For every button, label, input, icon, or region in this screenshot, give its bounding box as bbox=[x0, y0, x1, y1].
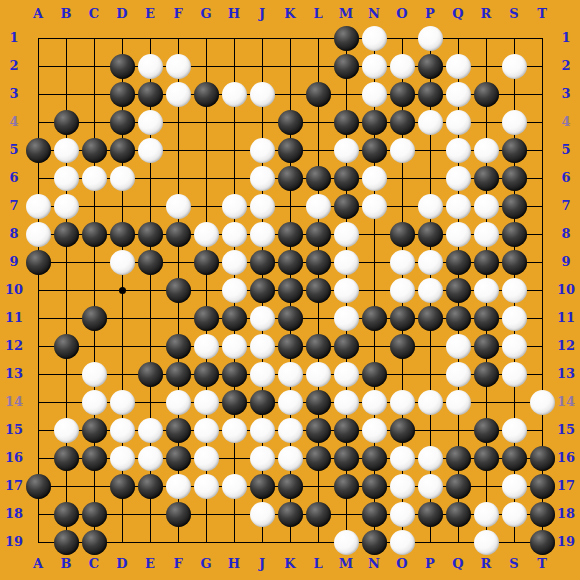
white-stone-R19[interactable] bbox=[474, 530, 499, 555]
white-stone-M14[interactable] bbox=[334, 390, 359, 415]
black-stone-J17[interactable] bbox=[250, 474, 275, 499]
black-stone-K6[interactable] bbox=[278, 166, 303, 191]
column-label-O: O bbox=[388, 6, 416, 22]
column-label-H: H bbox=[220, 6, 248, 22]
black-stone-L12[interactable] bbox=[306, 334, 331, 359]
black-stone-K4[interactable] bbox=[278, 110, 303, 135]
black-stone-L14[interactable] bbox=[306, 390, 331, 415]
black-stone-P18[interactable] bbox=[418, 502, 443, 527]
black-stone-Q10[interactable] bbox=[446, 278, 471, 303]
white-stone-F3[interactable] bbox=[166, 82, 191, 107]
black-stone-J10[interactable] bbox=[250, 278, 275, 303]
black-stone-M2[interactable] bbox=[334, 54, 359, 79]
white-stone-N7[interactable] bbox=[362, 194, 387, 219]
black-stone-B19[interactable] bbox=[54, 530, 79, 555]
white-stone-E5[interactable] bbox=[138, 138, 163, 163]
white-stone-J13[interactable] bbox=[250, 362, 275, 387]
black-stone-G11[interactable] bbox=[194, 306, 219, 331]
black-stone-O11[interactable] bbox=[390, 306, 415, 331]
white-stone-Q2[interactable] bbox=[446, 54, 471, 79]
white-stone-N1[interactable] bbox=[362, 26, 387, 51]
row-label-5: 5 bbox=[552, 142, 580, 158]
black-stone-K11[interactable] bbox=[278, 306, 303, 331]
black-stone-E3[interactable] bbox=[138, 82, 163, 107]
white-stone-H9[interactable] bbox=[222, 250, 247, 275]
white-stone-P9[interactable] bbox=[418, 250, 443, 275]
white-stone-S4[interactable] bbox=[502, 110, 527, 135]
white-stone-H7[interactable] bbox=[222, 194, 247, 219]
white-stone-P4[interactable] bbox=[418, 110, 443, 135]
black-stone-A9[interactable] bbox=[26, 250, 51, 275]
white-stone-N14[interactable] bbox=[362, 390, 387, 415]
black-stone-S8[interactable] bbox=[502, 222, 527, 247]
row-label-19: 19 bbox=[552, 534, 580, 550]
white-stone-H8[interactable] bbox=[222, 222, 247, 247]
black-stone-L6[interactable] bbox=[306, 166, 331, 191]
white-stone-Q3[interactable] bbox=[446, 82, 471, 107]
black-stone-Q16[interactable] bbox=[446, 446, 471, 471]
black-stone-C11[interactable] bbox=[82, 306, 107, 331]
black-stone-A5[interactable] bbox=[26, 138, 51, 163]
black-stone-N4[interactable] bbox=[362, 110, 387, 135]
white-stone-S2[interactable] bbox=[502, 54, 527, 79]
column-label-D: D bbox=[108, 6, 136, 22]
row-label-14: 14 bbox=[552, 394, 580, 410]
column-label-H: H bbox=[220, 556, 248, 572]
black-stone-K18[interactable] bbox=[278, 502, 303, 527]
white-stone-J16[interactable] bbox=[250, 446, 275, 471]
white-stone-F2[interactable] bbox=[166, 54, 191, 79]
column-label-N: N bbox=[360, 556, 388, 572]
row-label-6: 6 bbox=[552, 170, 580, 186]
black-stone-M17[interactable] bbox=[334, 474, 359, 499]
white-stone-S12[interactable] bbox=[502, 334, 527, 359]
white-stone-J8[interactable] bbox=[250, 222, 275, 247]
black-stone-Q18[interactable] bbox=[446, 502, 471, 527]
black-stone-L18[interactable] bbox=[306, 502, 331, 527]
black-stone-Q17[interactable] bbox=[446, 474, 471, 499]
black-stone-P2[interactable] bbox=[418, 54, 443, 79]
black-stone-C5[interactable] bbox=[82, 138, 107, 163]
column-label-L: L bbox=[304, 6, 332, 22]
black-stone-C16[interactable] bbox=[82, 446, 107, 471]
white-stone-Q13[interactable] bbox=[446, 362, 471, 387]
black-stone-P3[interactable] bbox=[418, 82, 443, 107]
white-stone-G15[interactable] bbox=[194, 418, 219, 443]
black-stone-N19[interactable] bbox=[362, 530, 387, 555]
black-stone-F18[interactable] bbox=[166, 502, 191, 527]
black-stone-S16[interactable] bbox=[502, 446, 527, 471]
black-stone-R6[interactable] bbox=[474, 166, 499, 191]
row-label-11: 11 bbox=[552, 310, 580, 326]
black-stone-L3[interactable] bbox=[306, 82, 331, 107]
black-stone-B16[interactable] bbox=[54, 446, 79, 471]
white-stone-H10[interactable] bbox=[222, 278, 247, 303]
white-stone-F7[interactable] bbox=[166, 194, 191, 219]
column-label-B: B bbox=[52, 6, 80, 22]
column-label-Q: Q bbox=[444, 556, 472, 572]
black-stone-S6[interactable] bbox=[502, 166, 527, 191]
column-label-P: P bbox=[416, 6, 444, 22]
black-stone-N13[interactable] bbox=[362, 362, 387, 387]
white-stone-M19[interactable] bbox=[334, 530, 359, 555]
black-stone-K10[interactable] bbox=[278, 278, 303, 303]
row-label-18: 18 bbox=[552, 506, 580, 522]
column-label-S: S bbox=[500, 6, 528, 22]
white-stone-S13[interactable] bbox=[502, 362, 527, 387]
column-label-J: J bbox=[248, 6, 276, 22]
white-stone-O17[interactable] bbox=[390, 474, 415, 499]
black-stone-G3[interactable] bbox=[194, 82, 219, 107]
black-stone-E8[interactable] bbox=[138, 222, 163, 247]
white-stone-J5[interactable] bbox=[250, 138, 275, 163]
black-stone-R9[interactable] bbox=[474, 250, 499, 275]
column-label-G: G bbox=[192, 6, 220, 22]
white-stone-L13[interactable] bbox=[306, 362, 331, 387]
black-stone-L15[interactable] bbox=[306, 418, 331, 443]
white-stone-C13[interactable] bbox=[82, 362, 107, 387]
black-stone-H11[interactable] bbox=[222, 306, 247, 331]
white-stone-N6[interactable] bbox=[362, 166, 387, 191]
column-label-C: C bbox=[80, 556, 108, 572]
black-stone-O12[interactable] bbox=[390, 334, 415, 359]
black-stone-F8[interactable] bbox=[166, 222, 191, 247]
white-stone-G17[interactable] bbox=[194, 474, 219, 499]
row-label-8: 8 bbox=[552, 226, 580, 242]
black-stone-T19[interactable] bbox=[530, 530, 555, 555]
white-stone-D16[interactable] bbox=[110, 446, 135, 471]
column-label-E: E bbox=[136, 556, 164, 572]
row-label-16: 16 bbox=[552, 450, 580, 466]
white-stone-G8[interactable] bbox=[194, 222, 219, 247]
goban[interactable] bbox=[24, 24, 556, 556]
black-stone-K17[interactable] bbox=[278, 474, 303, 499]
go-board-screenshot: AABBCCDDEEFFGGHHJJKKLLMMNNOOPPQQRRSSTT11… bbox=[0, 0, 580, 580]
white-stone-R18[interactable] bbox=[474, 502, 499, 527]
white-stone-O16[interactable] bbox=[390, 446, 415, 471]
column-label-B: B bbox=[52, 556, 80, 572]
white-stone-J18[interactable] bbox=[250, 502, 275, 527]
column-label-A: A bbox=[24, 6, 52, 22]
black-stone-N5[interactable] bbox=[362, 138, 387, 163]
white-stone-N15[interactable] bbox=[362, 418, 387, 443]
white-stone-J7[interactable] bbox=[250, 194, 275, 219]
white-stone-M5[interactable] bbox=[334, 138, 359, 163]
black-stone-K5[interactable] bbox=[278, 138, 303, 163]
black-stone-C15[interactable] bbox=[82, 418, 107, 443]
black-stone-H13[interactable] bbox=[222, 362, 247, 387]
black-stone-D5[interactable] bbox=[110, 138, 135, 163]
white-stone-Q14[interactable] bbox=[446, 390, 471, 415]
column-label-K: K bbox=[276, 6, 304, 22]
column-label-F: F bbox=[164, 6, 192, 22]
white-stone-O14[interactable] bbox=[390, 390, 415, 415]
white-stone-P1[interactable] bbox=[418, 26, 443, 51]
black-stone-E13[interactable] bbox=[138, 362, 163, 387]
black-stone-M6[interactable] bbox=[334, 166, 359, 191]
row-label-12: 12 bbox=[552, 338, 580, 354]
column-label-K: K bbox=[276, 556, 304, 572]
white-stone-J3[interactable] bbox=[250, 82, 275, 107]
black-stone-N18[interactable] bbox=[362, 502, 387, 527]
white-stone-P14[interactable] bbox=[418, 390, 443, 415]
row-label-4: 4 bbox=[552, 114, 580, 130]
black-stone-G13[interactable] bbox=[194, 362, 219, 387]
black-stone-E17[interactable] bbox=[138, 474, 163, 499]
white-stone-D6[interactable] bbox=[110, 166, 135, 191]
black-stone-M7[interactable] bbox=[334, 194, 359, 219]
white-stone-N2[interactable] bbox=[362, 54, 387, 79]
white-stone-R5[interactable] bbox=[474, 138, 499, 163]
white-stone-E4[interactable] bbox=[138, 110, 163, 135]
white-stone-O10[interactable] bbox=[390, 278, 415, 303]
black-stone-B18[interactable] bbox=[54, 502, 79, 527]
black-stone-B4[interactable] bbox=[54, 110, 79, 135]
black-stone-M12[interactable] bbox=[334, 334, 359, 359]
white-stone-B6[interactable] bbox=[54, 166, 79, 191]
white-stone-G16[interactable] bbox=[194, 446, 219, 471]
white-stone-B5[interactable] bbox=[54, 138, 79, 163]
white-stone-R10[interactable] bbox=[474, 278, 499, 303]
white-stone-E2[interactable] bbox=[138, 54, 163, 79]
row-label-3: 3 bbox=[552, 86, 580, 102]
black-stone-R11[interactable] bbox=[474, 306, 499, 331]
white-stone-D14[interactable] bbox=[110, 390, 135, 415]
white-stone-Q7[interactable] bbox=[446, 194, 471, 219]
black-stone-C19[interactable] bbox=[82, 530, 107, 555]
white-stone-A7[interactable] bbox=[26, 194, 51, 219]
black-stone-J9[interactable] bbox=[250, 250, 275, 275]
black-stone-G9[interactable] bbox=[194, 250, 219, 275]
black-stone-E9[interactable] bbox=[138, 250, 163, 275]
black-stone-N11[interactable] bbox=[362, 306, 387, 331]
white-stone-P10[interactable] bbox=[418, 278, 443, 303]
white-stone-M13[interactable] bbox=[334, 362, 359, 387]
black-stone-Q9[interactable] bbox=[446, 250, 471, 275]
white-stone-O5[interactable] bbox=[390, 138, 415, 163]
black-stone-P11[interactable] bbox=[418, 306, 443, 331]
white-stone-S17[interactable] bbox=[502, 474, 527, 499]
white-stone-E16[interactable] bbox=[138, 446, 163, 471]
white-stone-P7[interactable] bbox=[418, 194, 443, 219]
white-stone-T14[interactable] bbox=[530, 390, 555, 415]
black-stone-R15[interactable] bbox=[474, 418, 499, 443]
white-stone-M8[interactable] bbox=[334, 222, 359, 247]
white-stone-Q6[interactable] bbox=[446, 166, 471, 191]
black-stone-L9[interactable] bbox=[306, 250, 331, 275]
row-label-7: 7 bbox=[552, 198, 580, 214]
column-label-R: R bbox=[472, 556, 500, 572]
white-stone-L7[interactable] bbox=[306, 194, 331, 219]
white-stone-F17[interactable] bbox=[166, 474, 191, 499]
column-label-T: T bbox=[528, 556, 556, 572]
black-stone-R16[interactable] bbox=[474, 446, 499, 471]
black-stone-L10[interactable] bbox=[306, 278, 331, 303]
white-stone-K13[interactable] bbox=[278, 362, 303, 387]
column-label-T: T bbox=[528, 6, 556, 22]
black-stone-C18[interactable] bbox=[82, 502, 107, 527]
black-stone-N17[interactable] bbox=[362, 474, 387, 499]
white-stone-M10[interactable] bbox=[334, 278, 359, 303]
white-stone-A8[interactable] bbox=[26, 222, 51, 247]
white-stone-H3[interactable] bbox=[222, 82, 247, 107]
black-stone-K9[interactable] bbox=[278, 250, 303, 275]
column-label-F: F bbox=[164, 556, 192, 572]
white-stone-D15[interactable] bbox=[110, 418, 135, 443]
black-stone-M4[interactable] bbox=[334, 110, 359, 135]
white-stone-G12[interactable] bbox=[194, 334, 219, 359]
white-stone-G14[interactable] bbox=[194, 390, 219, 415]
white-stone-K16[interactable] bbox=[278, 446, 303, 471]
black-stone-D3[interactable] bbox=[110, 82, 135, 107]
white-stone-P16[interactable] bbox=[418, 446, 443, 471]
black-stone-K12[interactable] bbox=[278, 334, 303, 359]
row-label-9: 9 bbox=[552, 254, 580, 270]
column-label-N: N bbox=[360, 6, 388, 22]
white-stone-O9[interactable] bbox=[390, 250, 415, 275]
white-stone-H15[interactable] bbox=[222, 418, 247, 443]
white-stone-H12[interactable] bbox=[222, 334, 247, 359]
white-stone-S18[interactable] bbox=[502, 502, 527, 527]
white-stone-M11[interactable] bbox=[334, 306, 359, 331]
black-stone-T16[interactable] bbox=[530, 446, 555, 471]
row-label-17: 17 bbox=[552, 478, 580, 494]
column-label-L: L bbox=[304, 556, 332, 572]
black-stone-H14[interactable] bbox=[222, 390, 247, 415]
black-stone-C8[interactable] bbox=[82, 222, 107, 247]
black-stone-A17[interactable] bbox=[26, 474, 51, 499]
row-label-10: 10 bbox=[552, 282, 580, 298]
white-stone-B15[interactable] bbox=[54, 418, 79, 443]
row-label-2: 2 bbox=[552, 58, 580, 74]
black-stone-O8[interactable] bbox=[390, 222, 415, 247]
black-stone-O15[interactable] bbox=[390, 418, 415, 443]
black-stone-F12[interactable] bbox=[166, 334, 191, 359]
black-stone-R13[interactable] bbox=[474, 362, 499, 387]
white-stone-Q8[interactable] bbox=[446, 222, 471, 247]
row-label-1: 1 bbox=[552, 30, 580, 46]
black-stone-M15[interactable] bbox=[334, 418, 359, 443]
black-stone-Q11[interactable] bbox=[446, 306, 471, 331]
column-label-M: M bbox=[332, 6, 360, 22]
black-stone-S7[interactable] bbox=[502, 194, 527, 219]
column-label-D: D bbox=[108, 556, 136, 572]
white-stone-J6[interactable] bbox=[250, 166, 275, 191]
black-stone-S9[interactable] bbox=[502, 250, 527, 275]
column-label-C: C bbox=[80, 6, 108, 22]
white-stone-N3[interactable] bbox=[362, 82, 387, 107]
black-stone-O4[interactable] bbox=[390, 110, 415, 135]
white-stone-O19[interactable] bbox=[390, 530, 415, 555]
column-label-P: P bbox=[416, 556, 444, 572]
row-label-15: 15 bbox=[552, 422, 580, 438]
white-stone-D9[interactable] bbox=[110, 250, 135, 275]
white-stone-J12[interactable] bbox=[250, 334, 275, 359]
black-stone-R12[interactable] bbox=[474, 334, 499, 359]
white-stone-S11[interactable] bbox=[502, 306, 527, 331]
white-stone-R8[interactable] bbox=[474, 222, 499, 247]
white-stone-J11[interactable] bbox=[250, 306, 275, 331]
black-stone-R3[interactable] bbox=[474, 82, 499, 107]
white-stone-M9[interactable] bbox=[334, 250, 359, 275]
column-label-O: O bbox=[388, 556, 416, 572]
column-label-Q: Q bbox=[444, 6, 472, 22]
row-label-13: 13 bbox=[552, 366, 580, 382]
column-label-J: J bbox=[248, 556, 276, 572]
white-stone-S10[interactable] bbox=[502, 278, 527, 303]
black-stone-S5[interactable] bbox=[502, 138, 527, 163]
black-stone-P8[interactable] bbox=[418, 222, 443, 247]
column-label-S: S bbox=[500, 556, 528, 572]
white-stone-J15[interactable] bbox=[250, 418, 275, 443]
black-stone-M1[interactable] bbox=[334, 26, 359, 51]
column-label-R: R bbox=[472, 6, 500, 22]
black-stone-K8[interactable] bbox=[278, 222, 303, 247]
black-stone-O3[interactable] bbox=[390, 82, 415, 107]
white-stone-E15[interactable] bbox=[138, 418, 163, 443]
column-label-A: A bbox=[24, 556, 52, 572]
white-stone-F14[interactable] bbox=[166, 390, 191, 415]
white-stone-S15[interactable] bbox=[502, 418, 527, 443]
white-stone-P17[interactable] bbox=[418, 474, 443, 499]
black-stone-D17[interactable] bbox=[110, 474, 135, 499]
black-stone-F16[interactable] bbox=[166, 446, 191, 471]
black-stone-T18[interactable] bbox=[530, 502, 555, 527]
black-stone-J14[interactable] bbox=[250, 390, 275, 415]
white-stone-R7[interactable] bbox=[474, 194, 499, 219]
black-stone-B8[interactable] bbox=[54, 222, 79, 247]
column-label-E: E bbox=[136, 6, 164, 22]
white-stone-K15[interactable] bbox=[278, 418, 303, 443]
black-stone-T17[interactable] bbox=[530, 474, 555, 499]
white-stone-O18[interactable] bbox=[390, 502, 415, 527]
black-stone-L16[interactable] bbox=[306, 446, 331, 471]
black-stone-L8[interactable] bbox=[306, 222, 331, 247]
white-stone-Q4[interactable] bbox=[446, 110, 471, 135]
column-label-M: M bbox=[332, 556, 360, 572]
white-stone-Q5[interactable] bbox=[446, 138, 471, 163]
black-stone-M16[interactable] bbox=[334, 446, 359, 471]
column-label-G: G bbox=[192, 556, 220, 572]
white-stone-C14[interactable] bbox=[82, 390, 107, 415]
white-stone-Q12[interactable] bbox=[446, 334, 471, 359]
black-stone-F10[interactable] bbox=[166, 278, 191, 303]
white-stone-H17[interactable] bbox=[222, 474, 247, 499]
black-stone-F13[interactable] bbox=[166, 362, 191, 387]
white-stone-O2[interactable] bbox=[390, 54, 415, 79]
white-stone-K14[interactable] bbox=[278, 390, 303, 415]
black-stone-F15[interactable] bbox=[166, 418, 191, 443]
black-stone-D4[interactable] bbox=[110, 110, 135, 135]
white-stone-C6[interactable] bbox=[82, 166, 107, 191]
black-stone-D2[interactable] bbox=[110, 54, 135, 79]
black-stone-B12[interactable] bbox=[54, 334, 79, 359]
black-stone-D8[interactable] bbox=[110, 222, 135, 247]
black-stone-N16[interactable] bbox=[362, 446, 387, 471]
white-stone-B7[interactable] bbox=[54, 194, 79, 219]
